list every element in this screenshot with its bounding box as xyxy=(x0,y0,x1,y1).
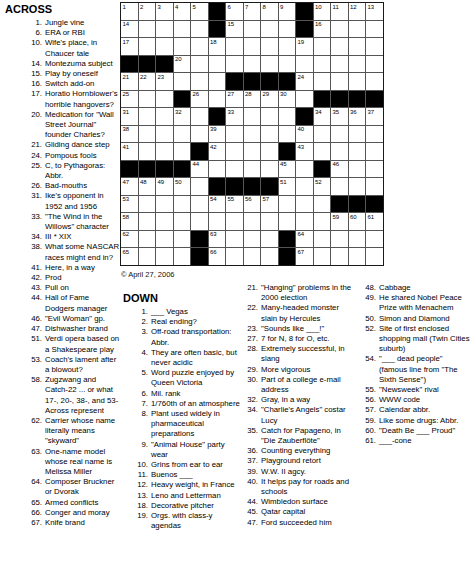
clue-number: 12. xyxy=(134,480,148,490)
cell-number: 32 xyxy=(175,109,182,116)
grid-cell-r13c9[interactable] xyxy=(261,213,278,230)
grid-cell-r5c2[interactable]: 22 xyxy=(139,73,156,90)
grid-cell-r3c14[interactable] xyxy=(349,38,366,55)
grid-cell-r8c9[interactable] xyxy=(261,126,278,143)
clue-text: Zugzwang and Catch-22 ... or what 17-, 2… xyxy=(45,375,120,416)
clue-down-52: 52.Site of first enclosed shopping mall … xyxy=(361,324,472,355)
clue-number: 2. xyxy=(134,317,148,327)
grid-cell-r5c1[interactable]: 21 xyxy=(121,73,138,90)
clue-text: Dishwasher brand xyxy=(45,324,120,334)
grid-cell-r3c6[interactable]: 18 xyxy=(209,38,226,55)
grid-cell-r8c2[interactable] xyxy=(139,126,156,143)
clue-text: Jungle vine xyxy=(45,18,120,28)
clue-number: 18. xyxy=(134,501,148,511)
grid-cell-r12c10[interactable] xyxy=(279,196,296,213)
grid-cell-r5c6[interactable] xyxy=(209,73,226,90)
grid-cell-r11c10[interactable]: 51 xyxy=(279,178,296,195)
grid-cell-r14c2[interactable] xyxy=(139,231,156,248)
clue-text: Playground retort xyxy=(261,456,357,466)
grid-cell-r3c10[interactable] xyxy=(279,38,296,55)
clue-down-9: 9."Animal House" party wear xyxy=(120,440,241,460)
clue-text: "The Wind in the Willows" character xyxy=(45,212,120,232)
grid-cell-r12c12[interactable] xyxy=(314,196,331,213)
grid-cell-r13c12[interactable] xyxy=(314,213,331,230)
grid-cell-r8c6[interactable]: 39 xyxy=(209,126,226,143)
clue-across-41: 41.Here, in a way xyxy=(2,263,120,273)
grid-cell-r13c10[interactable] xyxy=(279,213,296,230)
clue-number: 41. xyxy=(26,263,42,273)
grid-cell-r9c11[interactable]: 43 xyxy=(296,143,313,160)
grid-cell-r4c13[interactable] xyxy=(331,56,348,73)
clue-number: 58. xyxy=(26,375,42,416)
clue-down-11: 11.Buenos ___ xyxy=(120,470,241,480)
cell-number: 57 xyxy=(263,196,270,203)
grid-cell-r14c6[interactable]: 63 xyxy=(209,231,226,248)
grid-cell-r1c14[interactable]: 12 xyxy=(349,3,366,20)
grid-cell-r10c10[interactable]: 45 xyxy=(279,161,296,178)
down-header: DOWN xyxy=(123,292,241,304)
grid-cell-r14c4[interactable] xyxy=(174,231,191,248)
clue-number: 3. xyxy=(134,327,148,347)
grid-cell-r9c1[interactable]: 41 xyxy=(121,143,138,160)
clue-across-16: 16.Switch add-on xyxy=(2,79,120,89)
cell-number: 43 xyxy=(298,144,305,151)
grid-cell-r1c9[interactable]: 8 xyxy=(261,3,278,20)
grid-cell-r3c12[interactable] xyxy=(314,38,331,55)
grid-cell-r15c6[interactable]: 66 xyxy=(209,248,226,265)
crossword-grid: 1234567891011121314151617181920212223242… xyxy=(120,2,384,266)
grid-cell-r13c3[interactable] xyxy=(156,213,173,230)
grid-cell-r7c5[interactable] xyxy=(191,108,208,125)
grid-cell-r7c12[interactable]: 34 xyxy=(314,108,331,125)
grid-cell-r15c3[interactable] xyxy=(156,248,173,265)
clue-number: 28. xyxy=(243,344,258,364)
grid-cell-r10c3 xyxy=(156,161,173,178)
grid-cell-r4c9[interactable] xyxy=(261,56,278,73)
cell-number: 56 xyxy=(245,196,252,203)
grid-cell-r1c10[interactable]: 9 xyxy=(279,3,296,20)
grid-cell-r4c3 xyxy=(156,56,173,73)
across-header: ACROSS xyxy=(5,3,120,15)
grid-cell-r14c3[interactable] xyxy=(156,231,173,248)
grid-cell-r10c7[interactable] xyxy=(226,161,243,178)
clue-number: 11. xyxy=(134,470,148,480)
clue-text: WWW code xyxy=(379,395,472,405)
grid-cell-r10c13[interactable]: 46 xyxy=(331,161,348,178)
clue-down-55: 55."Newsweek" rival xyxy=(361,385,472,395)
grid-cell-r15c12[interactable] xyxy=(314,248,331,265)
grid-cell-r4c14[interactable] xyxy=(349,56,366,73)
grid-cell-r13c14[interactable]: 60 xyxy=(349,213,366,230)
grid-cell-r5c4[interactable] xyxy=(174,73,191,90)
grid-cell-r4c6[interactable] xyxy=(209,56,226,73)
cell-number: 24 xyxy=(298,74,305,81)
grid-cell-r10c5[interactable]: 44 xyxy=(191,161,208,178)
cell-number: 6 xyxy=(228,4,231,11)
grid-cell-r7c1[interactable]: 31 xyxy=(121,108,138,125)
grid-cell-r4c10[interactable] xyxy=(279,56,296,73)
grid-cell-r13c15[interactable]: 61 xyxy=(366,213,383,230)
grid-cell-r12c8[interactable]: 56 xyxy=(244,196,261,213)
grid-cell-r2c2[interactable] xyxy=(139,21,156,38)
grid-cell-r2c1[interactable]: 14 xyxy=(121,21,138,38)
grid-cell-r12c7[interactable]: 55 xyxy=(226,196,243,213)
grid-cell-r1c11 xyxy=(296,3,313,20)
grid-cell-r13c8[interactable] xyxy=(244,213,261,230)
grid-cell-r4c8[interactable] xyxy=(244,56,261,73)
clue-number: 46. xyxy=(26,314,42,324)
grid-cell-r2c13[interactable] xyxy=(331,21,348,38)
cell-number: 25 xyxy=(123,91,130,98)
grid-cell-r9c4[interactable] xyxy=(174,143,191,160)
cell-number: 12 xyxy=(350,4,357,11)
grid-cell-r13c7[interactable] xyxy=(226,213,243,230)
grid-cell-r9c7[interactable] xyxy=(226,143,243,160)
grid-cell-r9c9[interactable] xyxy=(261,143,278,160)
grid-cell-r11c5[interactable] xyxy=(191,178,208,195)
grid-cell-r11c1[interactable]: 47 xyxy=(121,178,138,195)
clue-number: 37. xyxy=(243,456,258,466)
grid-cell-r1c13[interactable]: 11 xyxy=(331,3,348,20)
grid-cell-r14c14[interactable] xyxy=(349,231,366,248)
grid-cell-r1c7[interactable]: 6 xyxy=(226,3,243,20)
grid-cell-r8c15[interactable] xyxy=(366,126,383,143)
grid-cell-r15c4[interactable] xyxy=(174,248,191,265)
grid-cell-r15c14[interactable] xyxy=(349,248,366,265)
grid-cell-r12c2[interactable] xyxy=(139,196,156,213)
grid-cell-r14c1[interactable]: 62 xyxy=(121,231,138,248)
grid-cell-r10c11[interactable] xyxy=(296,161,313,178)
grid-cell-r3c15[interactable] xyxy=(366,38,383,55)
grid-cell-r12c11[interactable] xyxy=(296,196,313,213)
grid-cell-r12c3[interactable] xyxy=(156,196,173,213)
clue-down-57: 57.Calendar abbr. xyxy=(361,405,472,415)
grid-cell-r1c5[interactable]: 5 xyxy=(191,3,208,20)
clue-text: Mil. rank xyxy=(151,389,241,399)
grid-cell-r12c15 xyxy=(366,196,383,213)
grid-cell-r5c14[interactable] xyxy=(349,73,366,90)
grid-cell-r2c8[interactable] xyxy=(244,21,261,38)
down-clue-list-1: 1.___ Vegas2.Real ending?3.Off-road tran… xyxy=(120,307,241,531)
grid-cell-r14c8[interactable] xyxy=(244,231,261,248)
clue-down-13: 13.Leno and Letterman xyxy=(120,491,241,501)
grid-cell-r13c5[interactable] xyxy=(191,213,208,230)
clue-text: Coach's lament after a blowout? xyxy=(45,355,120,375)
cell-number: 20 xyxy=(175,56,182,63)
grid-cell-r7c7[interactable]: 33 xyxy=(226,108,243,125)
cell-number: 52 xyxy=(315,179,322,186)
grid-cell-r3c2[interactable] xyxy=(139,38,156,55)
grid-cell-r2c10[interactable] xyxy=(279,21,296,38)
grid-cell-r14c13[interactable] xyxy=(331,231,348,248)
grid-cell-r11c4[interactable]: 50 xyxy=(174,178,191,195)
grid-cell-r15c9[interactable] xyxy=(261,248,278,265)
clue-across-24: 24.Pompous fools xyxy=(2,151,120,161)
grid-cell-r15c5 xyxy=(191,248,208,265)
grid-cell-r14c7[interactable] xyxy=(226,231,243,248)
clue-down-28: 28.Extremely successful, in slang xyxy=(243,344,357,364)
grid-cell-r1c4[interactable]: 4 xyxy=(174,3,191,20)
grid-cell-r8c3[interactable] xyxy=(156,126,173,143)
clue-number: 10. xyxy=(26,38,42,58)
clue-across-20: 20.Medication for "Wall Street Journal" … xyxy=(2,110,120,141)
grid-cell-r2c15[interactable] xyxy=(366,21,383,38)
grid-cell-r12c4[interactable] xyxy=(174,196,191,213)
grid-cell-r14c15[interactable] xyxy=(366,231,383,248)
grid-cell-r3c8[interactable] xyxy=(244,38,261,55)
cell-number: 47 xyxy=(123,179,130,186)
grid-cell-r15c13[interactable] xyxy=(331,248,348,265)
grid-cell-r13c4[interactable] xyxy=(174,213,191,230)
clue-number: 44. xyxy=(26,293,42,313)
grid-cell-r7c15[interactable]: 37 xyxy=(366,108,383,125)
cell-number: 33 xyxy=(228,109,235,116)
grid-cell-r10c9[interactable] xyxy=(261,161,278,178)
grid-cell-r1c1[interactable]: 1 xyxy=(121,3,138,20)
clue-down-3: 3.Off-road transportation: Abbr. xyxy=(120,327,241,347)
grid-cell-r8c1[interactable]: 38 xyxy=(121,126,138,143)
grid-cell-r6c11[interactable] xyxy=(296,91,313,108)
grid-cell-r11c14[interactable] xyxy=(349,178,366,195)
grid-cell-r8c4[interactable] xyxy=(174,126,191,143)
grid-cell-r3c9[interactable] xyxy=(261,38,278,55)
clue-text: Qatar capital xyxy=(261,507,357,517)
grid-cell-r6c6[interactable] xyxy=(209,91,226,108)
grid-cell-r10c8[interactable] xyxy=(244,161,261,178)
grid-cell-r7c3[interactable] xyxy=(156,108,173,125)
grid-cell-r2c5[interactable] xyxy=(191,21,208,38)
grid-cell-r10c15[interactable] xyxy=(366,161,383,178)
grid-cell-r8c13[interactable] xyxy=(331,126,348,143)
cell-number: 15 xyxy=(228,21,235,28)
clue-text: Carrier whose name literally means "skyw… xyxy=(45,416,120,447)
grid-cell-r4c7[interactable] xyxy=(226,56,243,73)
cell-number: 59 xyxy=(333,214,340,221)
grid-cell-r3c13[interactable] xyxy=(331,38,348,55)
grid-cell-r8c8[interactable] xyxy=(244,126,261,143)
clue-number: 23. xyxy=(243,324,258,334)
grid-cell-r15c1[interactable]: 65 xyxy=(121,248,138,265)
grid-cell-r1c8[interactable]: 7 xyxy=(244,3,261,20)
cell-number: 60 xyxy=(350,214,357,221)
grid-cell-r9c2[interactable] xyxy=(139,143,156,160)
grid-cell-r15c8[interactable] xyxy=(244,248,261,265)
clue-number: 10. xyxy=(134,460,148,470)
down-clue-list-3: 48.Cabbage49.He shared Nobel Peace Prize… xyxy=(361,283,472,446)
grid-cell-r5c3[interactable]: 23 xyxy=(156,73,173,90)
grid-cell-r3c4[interactable] xyxy=(174,38,191,55)
clue-down-23: 23."Sounds like ___!" xyxy=(243,324,357,334)
grid-cell-r7c9[interactable] xyxy=(261,108,278,125)
grid-cell-r8c7[interactable] xyxy=(226,126,243,143)
clue-across-53: 53.Coach's lament after a blowout? xyxy=(2,355,120,375)
grid-cell-r10c4 xyxy=(174,161,191,178)
grid-cell-r11c13[interactable] xyxy=(331,178,348,195)
clue-text: Heavy weight, in France xyxy=(151,480,241,490)
grid-cell-r7c10[interactable] xyxy=(279,108,296,125)
clue-number: 59. xyxy=(361,416,376,426)
cell-number: 13 xyxy=(368,4,375,11)
grid-cell-r5c11[interactable]: 24 xyxy=(296,73,313,90)
clue-text: Montezuma subject xyxy=(45,59,120,69)
clue-down-10: 10.Grins from ear to ear xyxy=(120,460,241,470)
grid-cell-r6c5[interactable]: 26 xyxy=(191,91,208,108)
grid-cell-r8c5[interactable] xyxy=(191,126,208,143)
grid-cell-r6c1[interactable]: 25 xyxy=(121,91,138,108)
grid-cell-r14c11[interactable]: 64 xyxy=(296,231,313,248)
grid-cell-r6c8[interactable]: 28 xyxy=(244,91,261,108)
grid-cell-r7c14[interactable]: 36 xyxy=(349,108,366,125)
grid-cell-r12c6[interactable]: 54 xyxy=(209,196,226,213)
grid-cell-r8c12[interactable] xyxy=(314,126,331,143)
clue-down-5: 5.Word puzzle enjoyed by Queen Victoria xyxy=(120,368,241,388)
grid-cell-r6c4 xyxy=(174,91,191,108)
grid-cell-r8c10[interactable] xyxy=(279,126,296,143)
clue-text: They are often basic, but never acidic xyxy=(151,348,241,368)
clue-across-21: 21.Gliding dance step xyxy=(2,140,120,150)
clue-down-2: 2.Real ending? xyxy=(120,317,241,327)
grid-cell-r3c1[interactable]: 17 xyxy=(121,38,138,55)
grid-cell-r2c4[interactable] xyxy=(174,21,191,38)
grid-cell-r8c14[interactable] xyxy=(349,126,366,143)
cell-number: 38 xyxy=(123,126,130,133)
grid-cell-r5c5[interactable] xyxy=(191,73,208,90)
grid-cell-r3c11[interactable]: 19 xyxy=(296,38,313,55)
grid-cell-r5c13[interactable] xyxy=(331,73,348,90)
clue-across-51: 51.Verdi opera based on a Shakespeare pl… xyxy=(2,334,120,354)
grid-cell-r15c7[interactable] xyxy=(226,248,243,265)
grid-cell-r7c2[interactable] xyxy=(139,108,156,125)
grid-cell-r4c12[interactable] xyxy=(314,56,331,73)
grid-cell-r4c15[interactable] xyxy=(366,56,383,73)
grid-cell-r10c14[interactable] xyxy=(349,161,366,178)
grid-cell-r1c12[interactable]: 10 xyxy=(314,3,331,20)
grid-cell-r6c10[interactable]: 30 xyxy=(279,91,296,108)
grid-cell-r11c11[interactable] xyxy=(296,178,313,195)
grid-cell-r6c9[interactable]: 29 xyxy=(261,91,278,108)
grid-cell-r9c3[interactable] xyxy=(156,143,173,160)
grid-cell-r14c9[interactable] xyxy=(261,231,278,248)
clue-text: Knife brand xyxy=(45,518,120,528)
grid-cell-r5c15[interactable] xyxy=(366,73,383,90)
grid-cell-r1c2[interactable]: 2 xyxy=(139,3,156,20)
grid-cell-r3c5[interactable] xyxy=(191,38,208,55)
grid-cell-r12c5[interactable] xyxy=(191,196,208,213)
grid-cell-r8c11[interactable]: 40 xyxy=(296,126,313,143)
grid-cell-r9c12[interactable] xyxy=(314,143,331,160)
cell-number: 37 xyxy=(368,109,375,116)
grid-cell-r6c3[interactable] xyxy=(156,91,173,108)
clue-down-44: 44.Wimbledon surface xyxy=(243,497,357,507)
clue-text: Part of a college e-mail address xyxy=(261,375,357,395)
grid-cell-r15c2[interactable] xyxy=(139,248,156,265)
grid-cell-r11c3[interactable]: 49 xyxy=(156,178,173,195)
clue-down-8: 8.Plant used widely in pharmaceutical pr… xyxy=(120,409,241,440)
grid-cell-r2c3[interactable] xyxy=(156,21,173,38)
grid-cell-r1c15[interactable]: 13 xyxy=(366,3,383,20)
grid-cell-r14c12[interactable] xyxy=(314,231,331,248)
clue-text: Composer Bruckner or Dvorak xyxy=(45,477,120,497)
grid-cell-r4c5[interactable] xyxy=(191,56,208,73)
cell-number: 29 xyxy=(263,91,270,98)
clue-number: 38. xyxy=(26,242,42,262)
grid-cell-r12c1[interactable]: 53 xyxy=(121,196,138,213)
grid-cell-r12c9[interactable]: 57 xyxy=(261,196,278,213)
grid-cell-r7c13[interactable]: 35 xyxy=(331,108,348,125)
clue-text: Grins from ear to ear xyxy=(151,460,241,470)
grid-cell-r2c7[interactable]: 15 xyxy=(226,21,243,38)
clue-across-31: 31.Ike's opponent in 1952 and 1956 xyxy=(2,191,120,211)
grid-cell-r13c2[interactable] xyxy=(139,213,156,230)
grid-cell-r9c13[interactable] xyxy=(331,143,348,160)
grid-cell-r4c1 xyxy=(121,56,138,73)
grid-cell-r2c12[interactable]: 16 xyxy=(314,21,331,38)
grid-cell-r1c3[interactable]: 3 xyxy=(156,3,173,20)
clue-number: 25. xyxy=(26,161,42,181)
grid-cell-r10c6[interactable] xyxy=(209,161,226,178)
grid-cell-r6c7[interactable]: 27 xyxy=(226,91,243,108)
clue-down-19: 19.Orgs. with class-y agendas xyxy=(120,511,241,531)
clue-down-50: 50.Simon and Diamond xyxy=(361,314,472,324)
grid-cell-r12c14 xyxy=(349,196,366,213)
grid-cell-r5c12[interactable] xyxy=(314,73,331,90)
cell-number: 7 xyxy=(245,4,248,11)
grid-cell-r13c1[interactable]: 58 xyxy=(121,213,138,230)
cell-number: 36 xyxy=(350,109,357,116)
grid-cell-r9c6[interactable]: 42 xyxy=(209,143,226,160)
clue-across-47: 47.Dishwasher brand xyxy=(2,324,120,334)
cell-number: 41 xyxy=(123,144,130,151)
grid-cell-r11c12[interactable]: 52 xyxy=(314,178,331,195)
grid-cell-r13c11[interactable] xyxy=(296,213,313,230)
cell-number: 30 xyxy=(280,91,287,98)
grid-cell-r13c13[interactable]: 59 xyxy=(331,213,348,230)
clue-number: 34. xyxy=(243,405,258,425)
grid-cell-r6c2[interactable] xyxy=(139,91,156,108)
clue-down-47: 47.Ford succeeded him xyxy=(243,518,357,528)
grid-cell-r11c2[interactable]: 48 xyxy=(139,178,156,195)
grid-cell-r9c14[interactable] xyxy=(349,143,366,160)
clue-text: "___ dead people" (famous line from "The… xyxy=(379,354,472,385)
grid-cell-r3c3[interactable] xyxy=(156,38,173,55)
clue-number: 67. xyxy=(26,518,42,528)
grid-cell-r13c6[interactable] xyxy=(209,213,226,230)
clue-number: 7. xyxy=(134,399,148,409)
clue-down-48: 48.Cabbage xyxy=(361,283,472,293)
cell-number: 21 xyxy=(123,74,130,81)
grid-cell-r2c9[interactable] xyxy=(261,21,278,38)
grid-cell-r9c15[interactable] xyxy=(366,143,383,160)
grid-cell-r11c15[interactable] xyxy=(366,178,383,195)
cell-number: 2 xyxy=(140,4,143,11)
clue-text: Switch add-on xyxy=(45,79,120,89)
grid-cell-r7c8[interactable] xyxy=(244,108,261,125)
grid-cell-r15c15[interactable] xyxy=(366,248,383,265)
grid-cell-r7c4[interactable]: 32 xyxy=(174,108,191,125)
cell-number: 5 xyxy=(193,4,196,11)
clue-text: Wife's place, in Chaucer tale xyxy=(45,38,120,58)
grid-cell-r3c7[interactable] xyxy=(226,38,243,55)
grid-cell-r9c8[interactable] xyxy=(244,143,261,160)
grid-cell-r7c6 xyxy=(209,108,226,125)
grid-cell-r2c14[interactable] xyxy=(349,21,366,38)
grid-cell-r15c11[interactable]: 67 xyxy=(296,248,313,265)
grid-cell-r4c4[interactable]: 20 xyxy=(174,56,191,73)
clue-down-37: 37.Playground retort xyxy=(243,456,357,466)
clue-text: Here, in a way xyxy=(45,263,120,273)
grid-cell-r4c11[interactable] xyxy=(296,56,313,73)
clue-text: Simon and Diamond xyxy=(379,314,472,324)
